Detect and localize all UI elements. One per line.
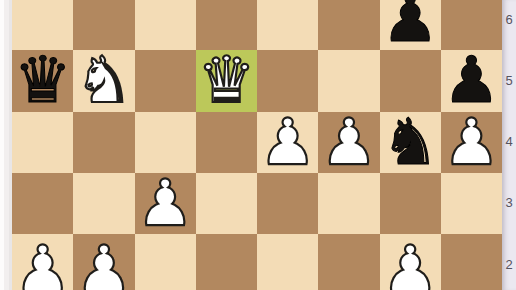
black-queen: ♛ bbox=[14, 50, 71, 111]
square-d3[interactable] bbox=[196, 173, 257, 234]
square-f6[interactable] bbox=[318, 0, 379, 50]
square-d2[interactable] bbox=[196, 234, 257, 290]
black-pawn: ♟ bbox=[443, 50, 500, 111]
square-e4[interactable]: ♟ bbox=[257, 112, 318, 173]
square-c6[interactable] bbox=[135, 0, 196, 50]
square-e5[interactable] bbox=[257, 50, 318, 111]
square-a3[interactable] bbox=[12, 173, 73, 234]
white-knight: ♞ bbox=[75, 50, 132, 111]
square-f2[interactable] bbox=[318, 234, 379, 290]
square-e3[interactable] bbox=[257, 173, 318, 234]
square-h5[interactable]: ♟ bbox=[441, 50, 502, 111]
white-pawn: ♟ bbox=[320, 112, 377, 173]
square-c4[interactable] bbox=[135, 112, 196, 173]
white-pawn: ♟ bbox=[14, 239, 71, 290]
rank-label-3: 3 bbox=[502, 194, 516, 212]
rank-label-strip: 65432 bbox=[502, 0, 516, 290]
square-b4[interactable] bbox=[73, 112, 134, 173]
square-c2[interactable] bbox=[135, 234, 196, 290]
white-pawn: ♟ bbox=[381, 239, 438, 290]
chess-video-frame: ♟♛♞♛♟♟♟♞♟♟♟♟♟ 65432 bbox=[0, 0, 516, 290]
rank-label-6: 6 bbox=[502, 11, 516, 29]
rank-label-5: 5 bbox=[502, 72, 516, 90]
left-gutter bbox=[0, 0, 12, 290]
square-c3[interactable]: ♟ bbox=[135, 173, 196, 234]
square-a2[interactable]: ♟ bbox=[12, 234, 73, 290]
square-c5[interactable] bbox=[135, 50, 196, 111]
square-h3[interactable] bbox=[441, 173, 502, 234]
square-a4[interactable] bbox=[12, 112, 73, 173]
square-b3[interactable] bbox=[73, 173, 134, 234]
white-queen: ♛ bbox=[198, 50, 255, 111]
black-pawn: ♟ bbox=[381, 0, 438, 50]
square-a5[interactable]: ♛ bbox=[12, 50, 73, 111]
square-g4[interactable]: ♞ bbox=[380, 112, 441, 173]
white-pawn: ♟ bbox=[75, 239, 132, 290]
square-g2[interactable]: ♟ bbox=[380, 234, 441, 290]
white-pawn: ♟ bbox=[259, 112, 316, 173]
square-b2[interactable]: ♟ bbox=[73, 234, 134, 290]
white-pawn: ♟ bbox=[136, 173, 193, 234]
square-d4[interactable] bbox=[196, 112, 257, 173]
white-pawn: ♟ bbox=[443, 112, 500, 173]
square-f4[interactable]: ♟ bbox=[318, 112, 379, 173]
square-g5[interactable] bbox=[380, 50, 441, 111]
square-h2[interactable] bbox=[441, 234, 502, 290]
square-g6[interactable]: ♟ bbox=[380, 0, 441, 50]
square-h4[interactable]: ♟ bbox=[441, 112, 502, 173]
square-f3[interactable] bbox=[318, 173, 379, 234]
rank-label-2: 2 bbox=[502, 256, 516, 274]
square-d5[interactable]: ♛ bbox=[196, 50, 257, 111]
square-f5[interactable] bbox=[318, 50, 379, 111]
chess-board: ♟♛♞♛♟♟♟♞♟♟♟♟♟ bbox=[12, 0, 502, 290]
square-e2[interactable] bbox=[257, 234, 318, 290]
square-g3[interactable] bbox=[380, 173, 441, 234]
square-e6[interactable] bbox=[257, 0, 318, 50]
square-b5[interactable]: ♞ bbox=[73, 50, 134, 111]
black-knight: ♞ bbox=[381, 112, 438, 173]
rank-label-4: 4 bbox=[502, 133, 516, 151]
